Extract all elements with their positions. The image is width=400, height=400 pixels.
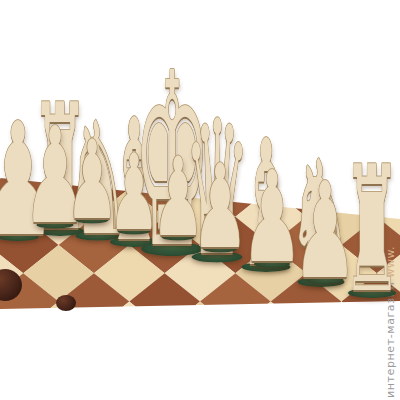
board-square [271, 330, 342, 387]
board-square [165, 302, 236, 359]
white-pawn: ♟ [292, 165, 358, 298]
board-square [129, 330, 200, 387]
board-square [94, 358, 165, 400]
board-square [200, 330, 271, 387]
board-square [23, 302, 94, 359]
board-square [165, 358, 236, 400]
product-photo-canvas: ♜♞♝♚♛♝♞♜♟♟♟♟♟♟♟♟ интернет-магазин www. [0, 0, 400, 400]
board-square [129, 386, 200, 400]
board-square [200, 386, 271, 400]
board-square [235, 358, 306, 400]
board-square [94, 302, 165, 359]
dark-pawn-head [56, 295, 76, 311]
board-square [59, 330, 130, 387]
